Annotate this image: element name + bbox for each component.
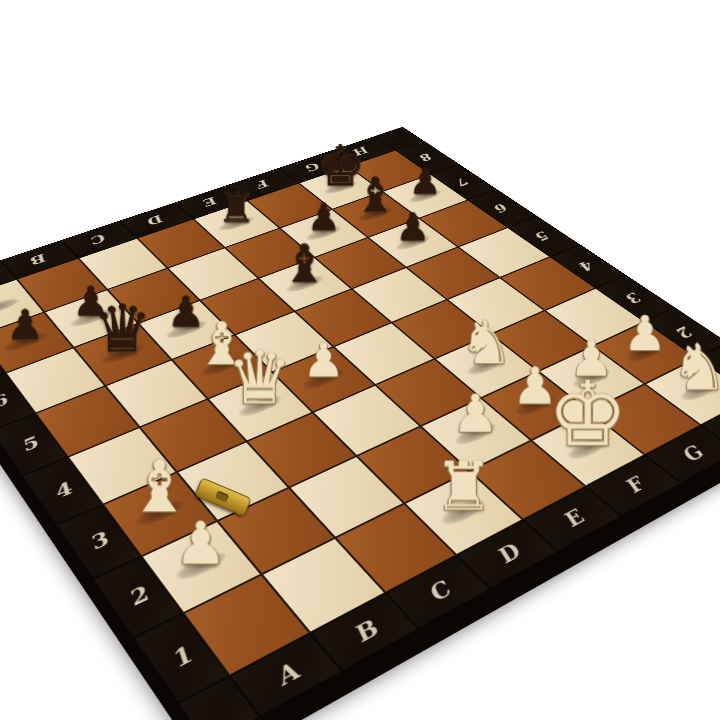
- piece-black-pawn-f7[interactable]: ♟: [284, 200, 364, 237]
- piece-white-pawn-a2[interactable]: ♟: [146, 514, 256, 573]
- piece-black-pawn-g6[interactable]: ♟: [373, 208, 453, 246]
- piece-black-queen-b6[interactable]: ♛: [77, 296, 168, 362]
- piece-white-queen-c4[interactable]: ♛: [212, 342, 308, 415]
- piece-black-rook-e8[interactable]: ♜: [197, 186, 276, 228]
- piece-black-bishop-e6[interactable]: ♝: [263, 237, 347, 289]
- piece-white-king-f1[interactable]: ♚: [538, 370, 637, 459]
- piece-white-pawn-e2[interactable]: ♟: [427, 387, 525, 439]
- piece-white-rook-d1[interactable]: ♜: [411, 453, 516, 520]
- piece-black-pawn-a7[interactable]: ♟: [0, 305, 70, 347]
- product-photo-stage: ABCDEFGH8877665544332211ABCDEFGH ♜♜♚♟♟♟♝…: [0, 0, 720, 720]
- piece-white-knight-h1[interactable]: ♞: [652, 335, 720, 399]
